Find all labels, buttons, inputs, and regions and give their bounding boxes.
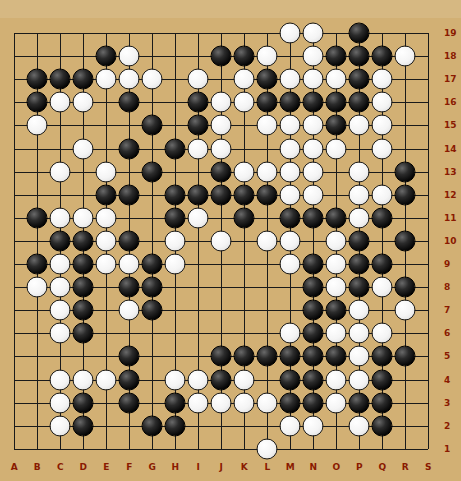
- black-stone[interactable]: [73, 323, 94, 344]
- black-stone[interactable]: [73, 277, 94, 298]
- row-label-19: 19: [444, 28, 457, 38]
- column-label-S: S: [425, 462, 431, 472]
- black-stone[interactable]: [188, 184, 209, 205]
- black-stone[interactable]: [73, 230, 94, 251]
- column-label-R: R: [402, 462, 409, 472]
- white-stone[interactable]: [280, 230, 301, 251]
- white-stone[interactable]: [349, 415, 370, 436]
- white-stone[interactable]: [349, 369, 370, 390]
- white-stone[interactable]: [326, 254, 347, 275]
- white-stone[interactable]: [372, 92, 393, 113]
- black-stone[interactable]: [234, 184, 255, 205]
- black-stone[interactable]: [372, 346, 393, 367]
- white-stone[interactable]: [50, 277, 71, 298]
- white-stone[interactable]: [372, 138, 393, 159]
- row-label-9: 9: [444, 259, 450, 269]
- white-stone[interactable]: [303, 23, 324, 44]
- black-stone[interactable]: [119, 184, 140, 205]
- white-stone[interactable]: [303, 161, 324, 182]
- black-stone[interactable]: [257, 92, 278, 113]
- row-label-12: 12: [444, 190, 457, 200]
- white-stone[interactable]: [188, 369, 209, 390]
- white-stone[interactable]: [73, 138, 94, 159]
- black-stone[interactable]: [188, 115, 209, 136]
- black-stone[interactable]: [211, 346, 232, 367]
- black-stone[interactable]: [326, 115, 347, 136]
- black-stone[interactable]: [188, 92, 209, 113]
- white-stone[interactable]: [234, 92, 255, 113]
- white-stone[interactable]: [257, 46, 278, 67]
- black-stone[interactable]: [349, 254, 370, 275]
- white-stone[interactable]: [50, 92, 71, 113]
- column-label-P: P: [356, 462, 363, 472]
- white-stone[interactable]: [395, 46, 416, 67]
- white-stone[interactable]: [142, 69, 163, 90]
- white-stone[interactable]: [372, 323, 393, 344]
- white-stone[interactable]: [50, 300, 71, 321]
- black-stone[interactable]: [119, 138, 140, 159]
- white-stone[interactable]: [257, 438, 278, 459]
- black-stone[interactable]: [395, 184, 416, 205]
- black-stone[interactable]: [165, 415, 186, 436]
- black-stone[interactable]: [349, 23, 370, 44]
- black-stone[interactable]: [280, 346, 301, 367]
- white-stone[interactable]: [303, 138, 324, 159]
- black-stone[interactable]: [96, 46, 117, 67]
- black-stone[interactable]: [280, 392, 301, 413]
- black-stone[interactable]: [303, 207, 324, 228]
- black-stone[interactable]: [303, 323, 324, 344]
- row-label-8: 8: [444, 282, 450, 292]
- white-stone[interactable]: [257, 230, 278, 251]
- white-stone[interactable]: [188, 138, 209, 159]
- black-stone[interactable]: [372, 392, 393, 413]
- black-stone[interactable]: [142, 161, 163, 182]
- black-stone[interactable]: [73, 300, 94, 321]
- column-label-Q: Q: [378, 462, 386, 472]
- white-stone[interactable]: [280, 184, 301, 205]
- black-stone[interactable]: [73, 254, 94, 275]
- column-label-I: I: [197, 462, 200, 472]
- white-stone[interactable]: [326, 230, 347, 251]
- column-label-E: E: [103, 462, 109, 472]
- column-label-N: N: [310, 462, 318, 472]
- black-stone[interactable]: [280, 369, 301, 390]
- row-label-18: 18: [444, 51, 457, 61]
- white-stone[interactable]: [303, 184, 324, 205]
- white-stone[interactable]: [303, 115, 324, 136]
- black-stone[interactable]: [257, 184, 278, 205]
- white-stone[interactable]: [165, 230, 186, 251]
- white-stone[interactable]: [280, 254, 301, 275]
- black-stone[interactable]: [349, 46, 370, 67]
- black-stone[interactable]: [211, 46, 232, 67]
- row-label-14: 14: [444, 144, 457, 154]
- white-stone[interactable]: [119, 46, 140, 67]
- white-stone[interactable]: [234, 369, 255, 390]
- black-stone[interactable]: [326, 92, 347, 113]
- white-stone[interactable]: [234, 161, 255, 182]
- row-label-13: 13: [444, 167, 457, 177]
- row-label-17: 17: [444, 74, 457, 84]
- black-stone[interactable]: [119, 277, 140, 298]
- black-stone[interactable]: [142, 415, 163, 436]
- white-stone[interactable]: [50, 415, 71, 436]
- go-app-window: ABCDEFGHIJKLMNOPQRS191817161514131211109…: [0, 0, 461, 481]
- white-stone[interactable]: [326, 392, 347, 413]
- black-stone[interactable]: [73, 392, 94, 413]
- row-label-10: 10: [444, 236, 457, 246]
- white-stone[interactable]: [280, 323, 301, 344]
- black-stone[interactable]: [349, 69, 370, 90]
- white-stone[interactable]: [326, 323, 347, 344]
- white-stone[interactable]: [73, 92, 94, 113]
- black-stone[interactable]: [142, 277, 163, 298]
- black-stone[interactable]: [372, 369, 393, 390]
- row-label-15: 15: [444, 120, 457, 130]
- row-label-11: 11: [444, 213, 457, 223]
- column-label-A: A: [11, 462, 18, 472]
- white-stone[interactable]: [257, 115, 278, 136]
- white-stone[interactable]: [326, 277, 347, 298]
- white-stone[interactable]: [96, 254, 117, 275]
- white-stone[interactable]: [280, 415, 301, 436]
- column-label-J: J: [220, 462, 223, 472]
- white-stone[interactable]: [234, 69, 255, 90]
- white-stone[interactable]: [50, 392, 71, 413]
- white-stone[interactable]: [349, 346, 370, 367]
- white-stone[interactable]: [50, 369, 71, 390]
- white-stone[interactable]: [165, 369, 186, 390]
- white-stone[interactable]: [119, 69, 140, 90]
- column-label-F: F: [126, 462, 132, 472]
- black-stone[interactable]: [234, 46, 255, 67]
- grid-line-vertical: [428, 33, 429, 449]
- row-label-4: 4: [444, 375, 450, 385]
- black-stone[interactable]: [349, 92, 370, 113]
- row-label-16: 16: [444, 97, 457, 107]
- black-stone[interactable]: [119, 92, 140, 113]
- black-stone[interactable]: [280, 92, 301, 113]
- black-stone[interactable]: [372, 207, 393, 228]
- white-stone[interactable]: [280, 69, 301, 90]
- go-board[interactable]: ABCDEFGHIJKLMNOPQRS191817161514131211109…: [0, 0, 461, 481]
- black-stone[interactable]: [73, 415, 94, 436]
- white-stone[interactable]: [280, 115, 301, 136]
- white-stone[interactable]: [303, 415, 324, 436]
- black-stone[interactable]: [372, 254, 393, 275]
- white-stone[interactable]: [280, 138, 301, 159]
- white-stone[interactable]: [326, 69, 347, 90]
- black-stone[interactable]: [234, 346, 255, 367]
- white-stone[interactable]: [395, 300, 416, 321]
- white-stone[interactable]: [372, 277, 393, 298]
- white-stone[interactable]: [96, 207, 117, 228]
- white-stone[interactable]: [257, 392, 278, 413]
- white-stone[interactable]: [372, 69, 393, 90]
- black-stone[interactable]: [303, 277, 324, 298]
- white-stone[interactable]: [165, 254, 186, 275]
- white-stone[interactable]: [96, 69, 117, 90]
- white-stone[interactable]: [349, 115, 370, 136]
- black-stone[interactable]: [280, 207, 301, 228]
- white-stone[interactable]: [326, 369, 347, 390]
- column-label-L: L: [264, 462, 270, 472]
- white-stone[interactable]: [280, 23, 301, 44]
- black-stone[interactable]: [119, 230, 140, 251]
- black-stone[interactable]: [142, 254, 163, 275]
- white-stone[interactable]: [234, 392, 255, 413]
- row-label-3: 3: [444, 398, 450, 408]
- white-stone[interactable]: [303, 69, 324, 90]
- white-stone[interactable]: [349, 323, 370, 344]
- column-label-C: C: [57, 462, 64, 472]
- black-stone[interactable]: [119, 369, 140, 390]
- black-stone[interactable]: [257, 69, 278, 90]
- white-stone[interactable]: [349, 184, 370, 205]
- column-label-B: B: [34, 462, 41, 472]
- white-stone[interactable]: [96, 230, 117, 251]
- row-label-7: 7: [444, 305, 450, 315]
- white-stone[interactable]: [349, 207, 370, 228]
- column-label-H: H: [172, 462, 180, 472]
- black-stone[interactable]: [303, 254, 324, 275]
- black-stone[interactable]: [303, 300, 324, 321]
- black-stone[interactable]: [211, 369, 232, 390]
- black-stone[interactable]: [27, 69, 48, 90]
- black-stone[interactable]: [211, 184, 232, 205]
- white-stone[interactable]: [303, 46, 324, 67]
- white-stone[interactable]: [119, 254, 140, 275]
- black-stone[interactable]: [119, 392, 140, 413]
- black-stone[interactable]: [142, 115, 163, 136]
- black-stone[interactable]: [73, 69, 94, 90]
- white-stone[interactable]: [211, 392, 232, 413]
- white-stone[interactable]: [211, 138, 232, 159]
- black-stone[interactable]: [303, 92, 324, 113]
- column-label-D: D: [80, 462, 87, 472]
- white-stone[interactable]: [188, 207, 209, 228]
- black-stone[interactable]: [50, 230, 71, 251]
- white-stone[interactable]: [280, 161, 301, 182]
- black-stone[interactable]: [96, 184, 117, 205]
- white-stone[interactable]: [96, 369, 117, 390]
- row-label-5: 5: [444, 351, 450, 361]
- white-stone[interactable]: [50, 323, 71, 344]
- black-stone[interactable]: [211, 161, 232, 182]
- white-stone[interactable]: [73, 207, 94, 228]
- white-stone[interactable]: [372, 115, 393, 136]
- white-stone[interactable]: [349, 161, 370, 182]
- black-stone[interactable]: [349, 230, 370, 251]
- white-stone[interactable]: [119, 300, 140, 321]
- black-stone[interactable]: [257, 346, 278, 367]
- white-stone[interactable]: [372, 184, 393, 205]
- black-stone[interactable]: [326, 46, 347, 67]
- black-stone[interactable]: [326, 207, 347, 228]
- column-label-O: O: [332, 462, 340, 472]
- black-stone[interactable]: [349, 392, 370, 413]
- black-stone[interactable]: [165, 138, 186, 159]
- column-label-K: K: [241, 462, 248, 472]
- black-stone[interactable]: [165, 184, 186, 205]
- grid-line-horizontal: [14, 449, 428, 450]
- black-stone[interactable]: [372, 46, 393, 67]
- white-stone[interactable]: [188, 392, 209, 413]
- row-label-6: 6: [444, 328, 450, 338]
- white-stone[interactable]: [50, 161, 71, 182]
- black-stone[interactable]: [326, 346, 347, 367]
- white-stone[interactable]: [27, 115, 48, 136]
- black-stone[interactable]: [165, 207, 186, 228]
- black-stone[interactable]: [142, 300, 163, 321]
- white-stone[interactable]: [349, 300, 370, 321]
- white-stone[interactable]: [257, 161, 278, 182]
- black-stone[interactable]: [395, 277, 416, 298]
- black-stone[interactable]: [349, 277, 370, 298]
- black-stone[interactable]: [27, 254, 48, 275]
- black-stone[interactable]: [303, 346, 324, 367]
- column-label-M: M: [286, 462, 295, 472]
- row-label-1: 1: [444, 444, 450, 454]
- black-stone[interactable]: [372, 415, 393, 436]
- white-stone[interactable]: [211, 115, 232, 136]
- white-stone[interactable]: [211, 92, 232, 113]
- white-stone[interactable]: [326, 138, 347, 159]
- white-stone[interactable]: [211, 230, 232, 251]
- row-label-2: 2: [444, 421, 450, 431]
- white-stone[interactable]: [50, 207, 71, 228]
- white-stone[interactable]: [27, 277, 48, 298]
- black-stone[interactable]: [234, 207, 255, 228]
- black-stone[interactable]: [27, 92, 48, 113]
- black-stone[interactable]: [395, 346, 416, 367]
- black-stone[interactable]: [303, 392, 324, 413]
- black-stone[interactable]: [326, 300, 347, 321]
- column-label-G: G: [149, 462, 156, 472]
- black-stone[interactable]: [395, 161, 416, 182]
- black-stone[interactable]: [395, 230, 416, 251]
- black-stone[interactable]: [165, 392, 186, 413]
- white-stone[interactable]: [73, 369, 94, 390]
- black-stone[interactable]: [303, 369, 324, 390]
- white-stone[interactable]: [50, 254, 71, 275]
- black-stone[interactable]: [27, 207, 48, 228]
- black-stone[interactable]: [119, 346, 140, 367]
- white-stone[interactable]: [188, 69, 209, 90]
- black-stone[interactable]: [50, 69, 71, 90]
- white-stone[interactable]: [96, 161, 117, 182]
